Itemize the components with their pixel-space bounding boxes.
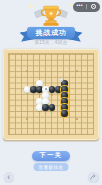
star-point — [76, 118, 78, 120]
back-button[interactable]: ‹ — [4, 172, 15, 183]
capsule-close-button[interactable] — [87, 4, 100, 9]
wechat-capsule: ••• — [73, 2, 100, 12]
victory-screen: ••• 挑战成功 第15关，4回合 — [0, 0, 102, 185]
black-stone — [49, 104, 56, 111]
sparkle-icon — [28, 3, 34, 9]
share-arrow-icon — [90, 174, 97, 181]
star-point — [51, 94, 53, 96]
circle-dot-icon — [91, 4, 96, 9]
last-move-badge: 1 — [60, 78, 63, 81]
move-marker-dot — [45, 88, 47, 90]
trophy-icon — [22, 1, 80, 28]
view-rank-button[interactable]: 查看群排名 — [34, 163, 69, 171]
ribbon-banner: 挑战成功 — [0, 27, 102, 41]
more-icon[interactable]: ••• — [73, 2, 86, 9]
star-point — [26, 118, 28, 120]
board: 1 — [3, 49, 99, 141]
share-button[interactable] — [88, 172, 99, 183]
next-level-button[interactable]: 下一关 — [32, 151, 70, 162]
star-point — [76, 70, 78, 72]
star-point — [26, 70, 28, 72]
black-stone-winning — [61, 110, 68, 117]
back-chevron-icon: ‹ — [7, 173, 10, 182]
banner-title: 挑战成功 — [35, 28, 66, 38]
